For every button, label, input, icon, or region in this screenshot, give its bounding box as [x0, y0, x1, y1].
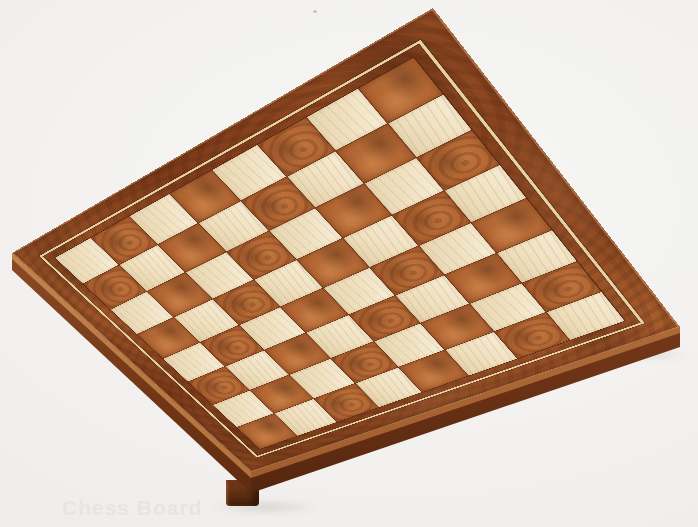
watermark-text: Chess Board [62, 496, 203, 520]
cast-shadow-bottom [190, 498, 340, 516]
dust-speck [313, 10, 317, 13]
chess-board [12, 8, 680, 472]
product-photo: Chess Board [0, 0, 698, 527]
board-frame [12, 8, 680, 472]
board-foot-bottom [226, 480, 259, 506]
board-squares [54, 56, 626, 449]
